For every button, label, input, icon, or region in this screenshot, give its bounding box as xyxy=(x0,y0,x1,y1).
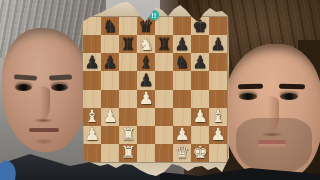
left-player-eyebrow xyxy=(49,74,72,80)
square-d2 xyxy=(137,126,155,144)
piece-white-rook: ♜ xyxy=(120,126,135,143)
right-player-mouth xyxy=(258,140,286,144)
square-e8 xyxy=(155,17,173,35)
piece-black-pawn: ♟ xyxy=(210,36,225,53)
left-player-face xyxy=(2,28,88,152)
square-e7: ♜ xyxy=(155,35,173,53)
square-d7: ♞ xyxy=(137,35,155,53)
piece-white-pawn: ♟ xyxy=(102,108,117,125)
piece-black-knight: ♞ xyxy=(174,54,189,71)
square-f5 xyxy=(173,71,191,89)
square-b2 xyxy=(101,126,119,144)
piece-white-knight: ♞ xyxy=(138,36,153,53)
square-f4 xyxy=(173,90,191,108)
left-player-nose-shadow xyxy=(33,118,54,123)
square-g6: ♟ xyxy=(191,53,209,71)
square-f1: ♛ xyxy=(173,144,191,162)
piece-black-pawn: ♟ xyxy=(138,72,153,89)
square-f6: ♞ xyxy=(173,53,191,71)
piece-black-pawn: ♟ xyxy=(84,54,99,71)
square-h4 xyxy=(209,90,227,108)
right-player-nose-shadow xyxy=(261,132,283,137)
square-e1 xyxy=(155,144,173,162)
piece-black-bishop: ♝ xyxy=(138,54,153,71)
square-a5 xyxy=(83,71,101,89)
piece-black-rook: ♜ xyxy=(156,36,171,53)
square-b8: ♞ xyxy=(101,17,119,35)
piece-black-king: ♚ xyxy=(192,18,207,35)
piece-white-bishop: ♝ xyxy=(210,108,225,125)
piece-black-pawn: ♟ xyxy=(174,36,189,53)
torn-paper-board: ♞♛♚♜♞♜♟♟♟♟♝♞♟♟♟♝♟♟♝♟♜♟♟♜♛♚ !! xyxy=(76,0,234,180)
square-a2: ♟ xyxy=(83,126,101,144)
square-a7 xyxy=(83,35,101,53)
square-c2: ♜ xyxy=(119,126,137,144)
right-player-eyebrow xyxy=(279,84,305,90)
square-c8 xyxy=(119,17,137,35)
square-d3 xyxy=(137,108,155,126)
square-a8 xyxy=(83,17,101,35)
square-h3: ♝ xyxy=(209,108,227,126)
piece-white-pawn: ♟ xyxy=(210,126,225,143)
right-player-eyebrow xyxy=(238,84,263,90)
square-d5: ♟ xyxy=(137,71,155,89)
piece-black-rook: ♜ xyxy=(120,36,135,53)
square-b6: ♟ xyxy=(101,53,119,71)
square-b5 xyxy=(101,71,119,89)
square-c6 xyxy=(119,53,137,71)
square-f8 xyxy=(173,17,191,35)
square-h2: ♟ xyxy=(209,126,227,144)
square-d4: ♟ xyxy=(137,90,155,108)
square-e5 xyxy=(155,71,173,89)
right-player-eye xyxy=(239,93,257,100)
square-d6: ♝ xyxy=(137,53,155,71)
square-d1 xyxy=(137,144,155,162)
square-f3 xyxy=(173,108,191,126)
left-player-chin xyxy=(33,138,55,145)
square-a6: ♟ xyxy=(83,53,101,71)
piece-white-pawn: ♟ xyxy=(138,90,153,107)
left-player-mouth xyxy=(29,128,59,132)
square-g3: ♟ xyxy=(191,108,209,126)
piece-white-king: ♚ xyxy=(192,144,207,161)
piece-white-queen: ♛ xyxy=(174,144,189,161)
square-c5 xyxy=(119,71,137,89)
square-c7: ♜ xyxy=(119,35,137,53)
piece-black-pawn: ♟ xyxy=(192,54,207,71)
piece-black-knight: ♞ xyxy=(102,18,117,35)
piece-white-bishop: ♝ xyxy=(84,108,99,125)
left-player-eye xyxy=(51,84,68,91)
square-e6 xyxy=(155,53,173,71)
square-b7 xyxy=(101,35,119,53)
square-c4 xyxy=(119,90,137,108)
square-b3: ♟ xyxy=(101,108,119,126)
square-c3 xyxy=(119,108,137,126)
piece-white-rook: ♜ xyxy=(120,144,135,161)
square-h1 xyxy=(209,144,227,162)
left-player-eyebrow xyxy=(14,74,37,81)
square-g7 xyxy=(191,35,209,53)
square-h7: ♟ xyxy=(209,35,227,53)
square-g5 xyxy=(191,71,209,89)
left-player-eye xyxy=(15,84,32,91)
square-a4 xyxy=(83,90,101,108)
right-player-face xyxy=(224,44,320,180)
piece-black-pawn: ♟ xyxy=(102,54,117,71)
left-player-nose xyxy=(36,86,50,120)
square-e3 xyxy=(155,108,173,126)
square-a1 xyxy=(83,144,101,162)
piece-white-pawn: ♟ xyxy=(84,126,99,143)
square-h8 xyxy=(209,17,227,35)
right-player-eye xyxy=(280,93,298,100)
square-h5 xyxy=(209,71,227,89)
square-f2: ♟ xyxy=(173,126,191,144)
square-g4 xyxy=(191,90,209,108)
square-e2 xyxy=(155,126,173,144)
square-b1 xyxy=(101,144,119,162)
square-c1: ♜ xyxy=(119,144,137,162)
piece-white-pawn: ♟ xyxy=(174,126,189,143)
square-g2 xyxy=(191,126,209,144)
piece-white-pawn: ♟ xyxy=(192,108,207,125)
chess-board: ♞♛♚♜♞♜♟♟♟♟♝♞♟♟♟♝♟♟♝♟♜♟♟♜♛♚ xyxy=(82,16,228,163)
square-a3: ♝ xyxy=(83,108,101,126)
video-thumbnail: ♞♛♚♜♞♜♟♟♟♟♝♞♟♟♟♝♟♟♝♟♜♟♟♜♛♚ !! xyxy=(0,0,320,180)
square-f7: ♟ xyxy=(173,35,191,53)
square-g1: ♚ xyxy=(191,144,209,162)
square-h6 xyxy=(209,53,227,71)
right-player-nose xyxy=(264,96,279,132)
square-e4 xyxy=(155,90,173,108)
square-g8: ♚ xyxy=(191,17,209,35)
square-b4 xyxy=(101,90,119,108)
